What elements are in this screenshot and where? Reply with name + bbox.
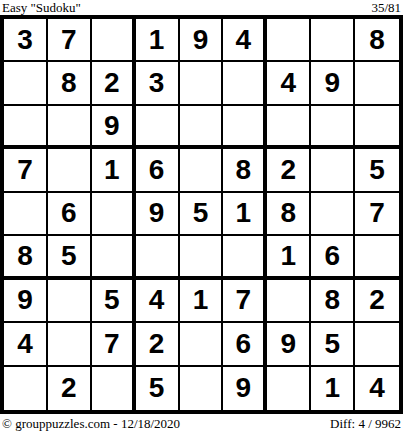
sudoku-cell-empty[interactable] (355, 62, 399, 105)
sudoku-cell-empty[interactable] (180, 149, 224, 192)
sudoku-cell-given: 8 (311, 280, 355, 323)
sudoku-cell-empty[interactable] (267, 19, 311, 62)
sudoku-cell-empty[interactable] (136, 106, 180, 149)
sudoku-cell-given: 4 (223, 19, 267, 62)
sudoku-cell-empty[interactable] (48, 323, 92, 366)
sudoku-cell-given: 2 (355, 280, 399, 323)
sudoku-cell-empty[interactable] (180, 323, 224, 366)
sudoku-cell-given: 9 (136, 193, 180, 236)
sudoku-cell-given: 9 (180, 19, 224, 62)
sudoku-cell-empty[interactable] (48, 280, 92, 323)
sudoku-cell-empty[interactable] (311, 193, 355, 236)
sudoku-cell-given: 5 (48, 236, 92, 279)
sudoku-cell-given: 7 (355, 193, 399, 236)
sudoku-cell-empty[interactable] (267, 367, 311, 410)
header: Easy "Sudoku" 35/81 (0, 0, 403, 15)
sudoku-cell-given: 5 (355, 149, 399, 192)
sudoku-cell-given: 7 (48, 19, 92, 62)
sudoku-cell-given: 4 (4, 323, 48, 366)
sudoku-cell-given: 9 (223, 367, 267, 410)
sudoku-cell-given: 1 (180, 280, 224, 323)
sudoku-cell-given: 1 (311, 367, 355, 410)
sudoku-cell-given: 5 (180, 193, 224, 236)
sudoku-cell-empty[interactable] (4, 62, 48, 105)
sudoku-cell-given: 2 (48, 367, 92, 410)
sudoku-cell-given: 8 (267, 193, 311, 236)
sudoku-cell-given: 2 (92, 62, 136, 105)
sudoku-cell-empty[interactable] (311, 106, 355, 149)
sudoku-cell-given: 8 (4, 236, 48, 279)
sudoku-cell-given: 9 (92, 106, 136, 149)
sudoku-page: Easy "Sudoku" 35/81 37194882349971682569… (0, 0, 403, 437)
sudoku-cell-empty[interactable] (48, 149, 92, 192)
sudoku-cell-given: 4 (136, 280, 180, 323)
sudoku-cell-given: 9 (4, 280, 48, 323)
sudoku-cell-given: 8 (48, 62, 92, 105)
sudoku-cell-empty[interactable] (92, 367, 136, 410)
sudoku-cell-empty[interactable] (48, 106, 92, 149)
sudoku-cell-given: 4 (355, 367, 399, 410)
sudoku-cell-given: 7 (92, 323, 136, 366)
sudoku-cell-empty[interactable] (311, 19, 355, 62)
sudoku-cell-given: 5 (311, 323, 355, 366)
sudoku-cell-given: 9 (267, 323, 311, 366)
sudoku-cell-empty[interactable] (180, 62, 224, 105)
sudoku-cell-given: 1 (136, 19, 180, 62)
sudoku-cell-empty[interactable] (355, 323, 399, 366)
sudoku-cell-empty[interactable] (180, 106, 224, 149)
cells-remaining-counter: 35/81 (371, 1, 401, 15)
sudoku-cell-given: 1 (92, 149, 136, 192)
difficulty-text: Diff: 4 / 9962 (330, 416, 401, 432)
sudoku-cell-empty[interactable] (4, 193, 48, 236)
sudoku-cell-given: 6 (48, 193, 92, 236)
sudoku-cell-given: 7 (4, 149, 48, 192)
sudoku-cell-given: 6 (223, 323, 267, 366)
sudoku-cell-empty[interactable] (4, 106, 48, 149)
sudoku-cell-empty[interactable] (92, 19, 136, 62)
sudoku-cell-given: 1 (223, 193, 267, 236)
sudoku-cell-empty[interactable] (311, 149, 355, 192)
sudoku-cell-given: 9 (311, 62, 355, 105)
sudoku-cell-empty[interactable] (355, 106, 399, 149)
sudoku-cell-empty[interactable] (355, 236, 399, 279)
sudoku-cell-given: 8 (355, 19, 399, 62)
sudoku-cell-given: 8 (223, 149, 267, 192)
sudoku-cell-given: 6 (311, 236, 355, 279)
sudoku-cell-empty[interactable] (267, 280, 311, 323)
sudoku-cell-given: 7 (223, 280, 267, 323)
sudoku-cell-empty[interactable] (92, 193, 136, 236)
copyright-text: © grouppuzzles.com - 12/18/2020 (2, 416, 180, 432)
sudoku-cell-given: 3 (4, 19, 48, 62)
sudoku-cell-given: 5 (136, 367, 180, 410)
sudoku-cell-empty[interactable] (223, 106, 267, 149)
sudoku-cell-empty[interactable] (4, 367, 48, 410)
sudoku-cell-given: 1 (267, 236, 311, 279)
sudoku-cell-given: 3 (136, 62, 180, 105)
sudoku-cell-empty[interactable] (180, 367, 224, 410)
sudoku-cell-given: 5 (92, 280, 136, 323)
sudoku-cell-empty[interactable] (223, 62, 267, 105)
sudoku-cell-empty[interactable] (180, 236, 224, 279)
sudoku-cell-given: 2 (136, 323, 180, 366)
sudoku-cell-empty[interactable] (223, 236, 267, 279)
sudoku-cell-empty[interactable] (267, 106, 311, 149)
sudoku-cell-given: 6 (136, 149, 180, 192)
sudoku-cell-given: 2 (267, 149, 311, 192)
sudoku-grid: 3719488234997168256951878516954178247269… (0, 15, 403, 414)
sudoku-cell-empty[interactable] (136, 236, 180, 279)
footer: © grouppuzzles.com - 12/18/2020 Diff: 4 … (0, 414, 403, 437)
sudoku-cell-empty[interactable] (92, 236, 136, 279)
sudoku-cell-given: 4 (267, 62, 311, 105)
page-title: Easy "Sudoku" (2, 1, 81, 15)
